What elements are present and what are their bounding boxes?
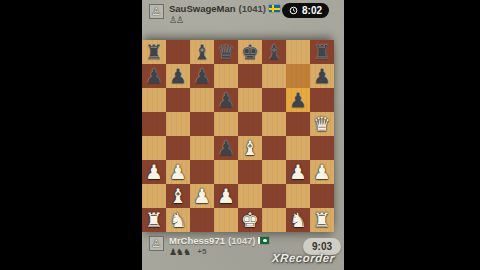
square-f6[interactable] [262, 88, 286, 112]
avatar-pawn-icon: ♙ [152, 238, 162, 249]
square-e2[interactable] [238, 184, 262, 208]
square-a5[interactable] [142, 112, 166, 136]
bottom-clock-time: 9:03 [312, 241, 332, 252]
top-player-info: SauSwageMan (1041) ♙♙ [169, 3, 280, 25]
square-c3[interactable] [190, 160, 214, 184]
square-d4[interactable]: ♟ [214, 136, 238, 160]
sweden-flag-icon [269, 5, 280, 12]
square-f2[interactable] [262, 184, 286, 208]
square-g5[interactable] [286, 112, 310, 136]
black-rook-h8: ♜ [310, 40, 334, 64]
top-clock-time: 8:02 [302, 5, 322, 16]
square-a1[interactable]: ♜ [142, 208, 166, 232]
square-e7[interactable] [238, 64, 262, 88]
square-a7[interactable]: ♟ [142, 64, 166, 88]
square-c7[interactable]: ♟ [190, 64, 214, 88]
square-c6[interactable] [190, 88, 214, 112]
bottom-player-name: MrChess971 [169, 235, 225, 246]
square-f3[interactable] [262, 160, 286, 184]
black-pawn-c7: ♟ [190, 64, 214, 88]
white-pawn-d2: ♟ [214, 184, 238, 208]
square-g7[interactable] [286, 64, 310, 88]
black-bishop-c8: ♝ [190, 40, 214, 64]
square-f4[interactable] [262, 136, 286, 160]
square-h3[interactable]: ♟ [310, 160, 334, 184]
bottom-player-rating: (1047) [228, 235, 255, 246]
captured-pawn-knights-icons: ♟♞♞ [169, 247, 190, 257]
white-knight-b1: ♞ [166, 208, 190, 232]
black-pawn-a7: ♟ [142, 64, 166, 88]
black-king-e8: ♚ [238, 40, 262, 64]
top-player-name: SauSwageMan [169, 3, 236, 14]
black-pawn-d6: ♟ [214, 88, 238, 112]
square-e3[interactable] [238, 160, 262, 184]
black-pawn-b7: ♟ [166, 64, 190, 88]
white-pawn-c2: ♟ [190, 184, 214, 208]
square-b8[interactable] [166, 40, 190, 64]
square-h6[interactable] [310, 88, 334, 112]
square-a3[interactable]: ♟ [142, 160, 166, 184]
square-e6[interactable] [238, 88, 262, 112]
captured-pawns-icons: ♙♙ [169, 15, 183, 25]
square-b4[interactable] [166, 136, 190, 160]
square-a4[interactable] [142, 136, 166, 160]
square-c1[interactable] [190, 208, 214, 232]
square-g6[interactable]: ♟ [286, 88, 310, 112]
square-d6[interactable]: ♟ [214, 88, 238, 112]
white-knight-g1: ♞ [286, 208, 310, 232]
square-c5[interactable] [190, 112, 214, 136]
white-pawn-a3: ♟ [142, 160, 166, 184]
square-f1[interactable] [262, 208, 286, 232]
square-g3[interactable]: ♟ [286, 160, 310, 184]
square-f8[interactable]: ♝ [262, 40, 286, 64]
top-player-bar: ♙ SauSwageMan (1041) ♙♙ 8:02 [142, 0, 344, 40]
square-c2[interactable]: ♟ [190, 184, 214, 208]
square-e1[interactable]: ♚ [238, 208, 262, 232]
square-h5[interactable]: ♛ [310, 112, 334, 136]
chess-app-region: ♙ SauSwageMan (1041) ♙♙ 8:02 ♜ [142, 0, 344, 270]
white-pawn-g3: ♟ [286, 160, 310, 184]
white-bishop-b2: ♝ [166, 184, 190, 208]
bottom-player-bar: ♙ MrChess971 (1047) ♟♞♞ +5 9:03 [142, 232, 344, 270]
square-c4[interactable] [190, 136, 214, 160]
square-d7[interactable] [214, 64, 238, 88]
square-g4[interactable] [286, 136, 310, 160]
square-d1[interactable] [214, 208, 238, 232]
xrecorder-watermark: XRecorder [272, 252, 336, 264]
square-b7[interactable]: ♟ [166, 64, 190, 88]
square-b2[interactable]: ♝ [166, 184, 190, 208]
square-g2[interactable] [286, 184, 310, 208]
top-player-clock: 8:02 [282, 3, 329, 18]
bottom-player-info: MrChess971 (1047) ♟♞♞ +5 [169, 235, 269, 257]
white-rook-h1: ♜ [310, 208, 334, 232]
black-bishop-f8: ♝ [262, 40, 286, 64]
square-e5[interactable] [238, 112, 262, 136]
black-pawn-h7: ♟ [310, 64, 334, 88]
square-h7[interactable]: ♟ [310, 64, 334, 88]
material-advantage: +5 [197, 247, 206, 257]
clock-icon [289, 6, 298, 15]
white-pawn-h3: ♟ [310, 160, 334, 184]
top-player-rating: (1041) [239, 3, 266, 14]
bottom-player-captured-pieces: ♟♞♞ +5 [169, 247, 269, 257]
black-pawn-g6: ♟ [286, 88, 310, 112]
white-pawn-b3: ♟ [166, 160, 190, 184]
square-c8[interactable]: ♝ [190, 40, 214, 64]
chess-board[interactable]: ♜♝♛♚♝♜♟♟♟♟♟♟♛♟♝♟♟♟♟♝♟♟♜♞♚♞♜ [142, 40, 334, 232]
letterboxed-screen: ♙ SauSwageMan (1041) ♙♙ 8:02 ♜ [0, 0, 480, 270]
avatar-pawn-icon: ♙ [152, 6, 162, 17]
square-e8[interactable]: ♚ [238, 40, 262, 64]
square-e4[interactable]: ♝ [238, 136, 262, 160]
square-h2[interactable] [310, 184, 334, 208]
white-king-e1: ♚ [238, 208, 262, 232]
top-player-captured-pieces: ♙♙ [169, 15, 280, 25]
square-h8[interactable]: ♜ [310, 40, 334, 64]
square-h4[interactable] [310, 136, 334, 160]
square-d5[interactable] [214, 112, 238, 136]
square-a6[interactable] [142, 88, 166, 112]
square-d3[interactable] [214, 160, 238, 184]
white-rook-a1: ♜ [142, 208, 166, 232]
square-b1[interactable]: ♞ [166, 208, 190, 232]
top-player-avatar[interactable]: ♙ [149, 4, 164, 19]
square-g8[interactable] [286, 40, 310, 64]
square-f5[interactable] [262, 112, 286, 136]
square-b5[interactable] [166, 112, 190, 136]
bottom-player-avatar[interactable]: ♙ [149, 236, 164, 251]
black-queen-d8: ♛ [214, 40, 238, 64]
square-d2[interactable]: ♟ [214, 184, 238, 208]
square-a8[interactable]: ♜ [142, 40, 166, 64]
white-bishop-e4: ♝ [238, 136, 262, 160]
square-a2[interactable] [142, 184, 166, 208]
white-queen-h5: ♛ [310, 112, 334, 136]
black-pawn-d4: ♟ [214, 136, 238, 160]
black-rook-a8: ♜ [142, 40, 166, 64]
square-d8[interactable]: ♛ [214, 40, 238, 64]
square-h1[interactable]: ♜ [310, 208, 334, 232]
square-b3[interactable]: ♟ [166, 160, 190, 184]
square-g1[interactable]: ♞ [286, 208, 310, 232]
pakistan-flag-icon [258, 237, 269, 244]
square-b6[interactable] [166, 88, 190, 112]
square-f7[interactable] [262, 64, 286, 88]
